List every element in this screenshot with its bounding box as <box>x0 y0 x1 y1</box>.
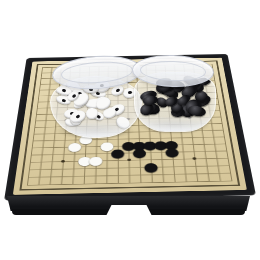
stone-magnet-dot <box>61 89 66 93</box>
stone-magnet-dot <box>75 114 80 118</box>
stone-magnet-dot <box>71 93 76 98</box>
star-point <box>193 157 197 160</box>
lid-ring <box>140 60 206 82</box>
black-stone: ● <box>109 147 126 159</box>
lid-ring <box>60 60 133 85</box>
star-point <box>127 159 131 162</box>
stone-magnet-dot <box>116 88 121 92</box>
stone-magnet-dot <box>62 98 67 102</box>
black-stone: ● <box>163 145 181 157</box>
stone-magnet-dot <box>128 91 132 94</box>
product-photo: ●●●●●●●●●●●●●● <box>0 0 260 260</box>
black-stone: ● <box>142 160 160 173</box>
white-stone: ● <box>87 154 104 166</box>
black-stone: ● <box>131 146 148 158</box>
star-point <box>61 160 65 163</box>
latch-notch <box>106 205 152 216</box>
